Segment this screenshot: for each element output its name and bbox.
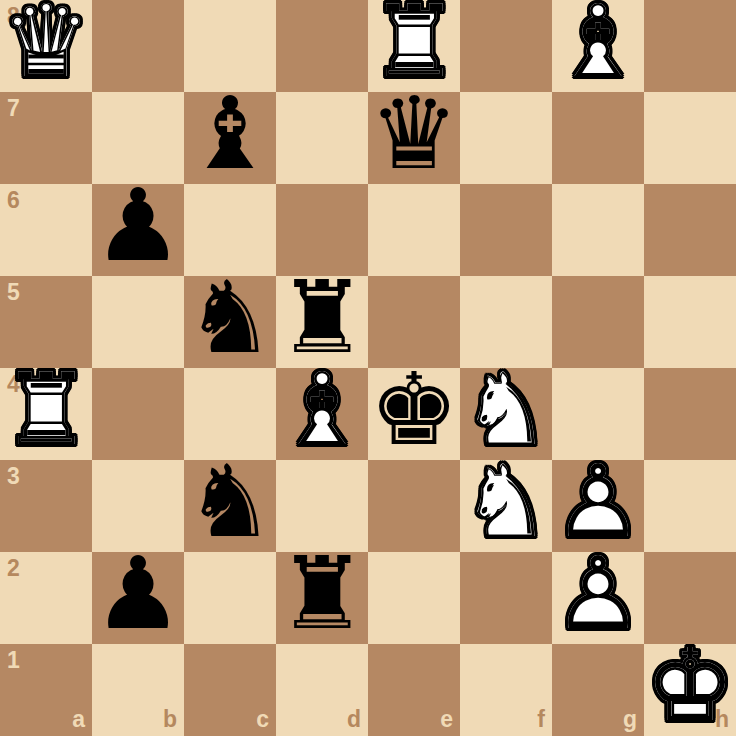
white-pawn-outline-glyph: ♙ [552, 456, 644, 548]
white-rook-glyph: ♜ [368, 0, 460, 88]
square-b2[interactable]: ♟ [92, 552, 184, 644]
square-d8[interactable] [276, 0, 368, 92]
square-d6[interactable] [276, 184, 368, 276]
square-b6[interactable]: ♟ [92, 184, 184, 276]
white-pawn-piece[interactable]: ♟♙ [552, 552, 644, 644]
white-knight-outline-glyph: ♘ [460, 364, 552, 456]
white-bishop-glyph: ♝ [552, 0, 644, 88]
square-h5[interactable] [644, 276, 736, 368]
square-a3[interactable]: 3 [0, 460, 92, 552]
square-g7[interactable] [552, 92, 644, 184]
white-bishop-outline-glyph: ♗ [276, 364, 368, 456]
square-a6[interactable]: 6 [0, 184, 92, 276]
square-c3[interactable]: ♞ [184, 460, 276, 552]
black-pawn-piece[interactable]: ♟ [92, 552, 184, 644]
square-a2[interactable]: 2 [0, 552, 92, 644]
file-label-e: e [440, 708, 453, 731]
square-f4[interactable]: ♞♘ [460, 368, 552, 460]
black-knight-glyph: ♞ [184, 456, 276, 548]
square-f5[interactable] [460, 276, 552, 368]
square-f8[interactable] [460, 0, 552, 92]
rank-label-5: 5 [7, 281, 20, 304]
black-queen-glyph: ♛ [368, 88, 460, 180]
square-f3[interactable]: ♞♘ [460, 460, 552, 552]
square-e6[interactable] [368, 184, 460, 276]
square-a1[interactable]: 1a [0, 644, 92, 736]
file-label-d: d [347, 708, 361, 731]
black-king-piece[interactable]: ♚ [368, 368, 460, 460]
square-g5[interactable] [552, 276, 644, 368]
black-knight-piece[interactable]: ♞ [184, 276, 276, 368]
file-label-b: b [163, 708, 177, 731]
file-label-f: f [537, 708, 545, 731]
white-rook-glyph: ♜ [0, 364, 92, 456]
white-king-glyph: ♚ [644, 640, 736, 732]
white-bishop-outline-glyph: ♗ [552, 0, 644, 88]
square-a4[interactable]: 4♜♖ [0, 368, 92, 460]
square-h3[interactable] [644, 460, 736, 552]
square-f1[interactable]: f [460, 644, 552, 736]
square-b5[interactable] [92, 276, 184, 368]
rank-label-6: 6 [7, 189, 20, 212]
square-c5[interactable]: ♞ [184, 276, 276, 368]
square-f7[interactable] [460, 92, 552, 184]
square-e8[interactable]: ♜♖ [368, 0, 460, 92]
square-b3[interactable] [92, 460, 184, 552]
square-h6[interactable] [644, 184, 736, 276]
white-king-piece[interactable]: ♚♔ [644, 644, 736, 736]
square-g4[interactable] [552, 368, 644, 460]
square-a8[interactable]: 8♛♕ [0, 0, 92, 92]
square-e2[interactable] [368, 552, 460, 644]
square-g6[interactable] [552, 184, 644, 276]
white-knight-outline-glyph: ♘ [460, 456, 552, 548]
white-knight-piece[interactable]: ♞♘ [460, 368, 552, 460]
rank-label-7: 7 [7, 97, 20, 120]
black-knight-piece[interactable]: ♞ [184, 460, 276, 552]
black-pawn-glyph: ♟ [92, 180, 184, 272]
chess-board: 8♛♕♜♖♝♗7♝♛6♟5♞♜4♜♖♝♗♚♞♘3♞♞♘♟♙2♟♜♟♙1abcde… [0, 0, 736, 736]
white-pawn-glyph: ♟ [552, 548, 644, 640]
rank-label-3: 3 [7, 465, 20, 488]
file-label-a: a [72, 708, 85, 731]
white-knight-glyph: ♞ [460, 456, 552, 548]
square-h4[interactable] [644, 368, 736, 460]
black-rook-piece[interactable]: ♜ [276, 552, 368, 644]
square-f6[interactable] [460, 184, 552, 276]
square-b7[interactable] [92, 92, 184, 184]
black-pawn-glyph: ♟ [92, 548, 184, 640]
white-pawn-glyph: ♟ [552, 456, 644, 548]
white-bishop-piece[interactable]: ♝♗ [276, 368, 368, 460]
square-e3[interactable] [368, 460, 460, 552]
square-b8[interactable] [92, 0, 184, 92]
black-king-glyph: ♚ [368, 364, 460, 456]
square-h2[interactable] [644, 552, 736, 644]
square-f2[interactable] [460, 552, 552, 644]
square-d7[interactable] [276, 92, 368, 184]
square-g3[interactable]: ♟♙ [552, 460, 644, 552]
square-c8[interactable] [184, 0, 276, 92]
white-pawn-piece[interactable]: ♟♙ [552, 460, 644, 552]
black-rook-glyph: ♜ [276, 548, 368, 640]
black-pawn-piece[interactable]: ♟ [92, 184, 184, 276]
white-knight-glyph: ♞ [460, 364, 552, 456]
square-h8[interactable] [644, 0, 736, 92]
black-bishop-piece[interactable]: ♝ [184, 92, 276, 184]
black-knight-glyph: ♞ [184, 272, 276, 364]
square-c2[interactable] [184, 552, 276, 644]
square-d1[interactable]: d [276, 644, 368, 736]
square-e7[interactable]: ♛ [368, 92, 460, 184]
square-e1[interactable]: e [368, 644, 460, 736]
file-label-g: g [623, 708, 637, 731]
square-d3[interactable] [276, 460, 368, 552]
white-bishop-glyph: ♝ [276, 364, 368, 456]
square-d2[interactable]: ♜ [276, 552, 368, 644]
rank-label-2: 2 [7, 557, 20, 580]
square-e4[interactable]: ♚ [368, 368, 460, 460]
white-rook-outline-glyph: ♖ [0, 364, 92, 456]
square-g2[interactable]: ♟♙ [552, 552, 644, 644]
white-rook-outline-glyph: ♖ [368, 0, 460, 88]
file-label-c: c [256, 708, 269, 731]
square-b1[interactable]: b [92, 644, 184, 736]
rank-label-1: 1 [7, 649, 20, 672]
white-queen-outline-glyph: ♕ [0, 0, 92, 88]
square-c4[interactable] [184, 368, 276, 460]
black-rook-piece[interactable]: ♜ [276, 276, 368, 368]
square-h1[interactable]: h♚♔ [644, 644, 736, 736]
square-g1[interactable]: g [552, 644, 644, 736]
white-pawn-outline-glyph: ♙ [552, 548, 644, 640]
square-a7[interactable]: 7 [0, 92, 92, 184]
square-c1[interactable]: c [184, 644, 276, 736]
square-g8[interactable]: ♝♗ [552, 0, 644, 92]
black-queen-piece[interactable]: ♛ [368, 92, 460, 184]
black-bishop-glyph: ♝ [184, 88, 276, 180]
square-h7[interactable] [644, 92, 736, 184]
square-d4[interactable]: ♝♗ [276, 368, 368, 460]
white-king-outline-glyph: ♔ [644, 640, 736, 732]
white-queen-piece[interactable]: ♛♕ [0, 0, 92, 92]
white-knight-piece[interactable]: ♞♘ [460, 460, 552, 552]
black-rook-glyph: ♜ [276, 272, 368, 364]
square-c7[interactable]: ♝ [184, 92, 276, 184]
square-e5[interactable] [368, 276, 460, 368]
white-rook-piece[interactable]: ♜♖ [368, 0, 460, 92]
square-d5[interactable]: ♜ [276, 276, 368, 368]
white-rook-piece[interactable]: ♜♖ [0, 368, 92, 460]
white-bishop-piece[interactable]: ♝♗ [552, 0, 644, 92]
square-b4[interactable] [92, 368, 184, 460]
square-c6[interactable] [184, 184, 276, 276]
white-queen-glyph: ♛ [0, 0, 92, 88]
square-a5[interactable]: 5 [0, 276, 92, 368]
